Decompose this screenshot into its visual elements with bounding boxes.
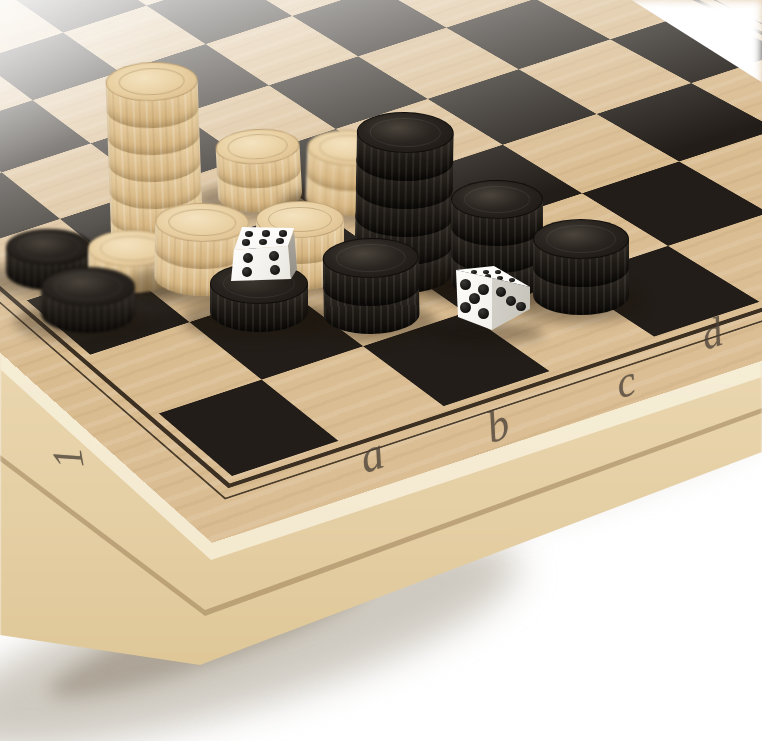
table-shadow [0,500,536,741]
checkerboard [0,0,762,476]
rank-label-1: 1 [37,435,100,480]
scene: a b c d 1 [0,0,762,741]
game-board [0,0,762,543]
table-shadow [40,556,379,718]
